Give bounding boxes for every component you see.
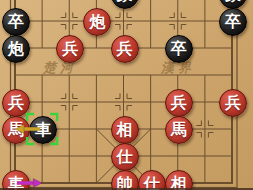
piece-black-pawn[interactable]: 卒: [2, 8, 30, 36]
xiangqi-board: 楚河 漢界 象象卒卒炮卒車炮兵兵兵兵兵馬相馬仕車帥仕相: [0, 0, 253, 190]
piece-red-advisor[interactable]: 仕: [111, 143, 139, 171]
piece-red-cannon[interactable]: 炮: [83, 8, 111, 36]
piece-red-elephant[interactable]: 相: [111, 116, 139, 144]
piece-red-horse[interactable]: 馬: [2, 116, 30, 144]
piece-red-general[interactable]: 帥: [111, 170, 139, 190]
piece-red-horse[interactable]: 馬: [165, 116, 193, 144]
piece-red-pawn[interactable]: 兵: [2, 89, 30, 117]
piece-black-cannon[interactable]: 炮: [2, 35, 30, 63]
piece-red-chariot[interactable]: 車: [2, 170, 30, 190]
piece-red-elephant[interactable]: 相: [165, 170, 193, 190]
piece-red-pawn[interactable]: 兵: [111, 35, 139, 63]
board-bottom-edge: [0, 188, 253, 190]
piece-red-pawn[interactable]: 兵: [56, 35, 84, 63]
piece-black-pawn[interactable]: 卒: [219, 8, 247, 36]
piece-black-pawn[interactable]: 卒: [165, 35, 193, 63]
pieces-layer: 象象卒卒炮卒車炮兵兵兵兵兵馬相馬仕車帥仕相: [0, 0, 253, 190]
piece-black-chariot[interactable]: 車: [29, 116, 57, 144]
piece-red-pawn[interactable]: 兵: [219, 89, 247, 117]
piece-red-pawn[interactable]: 兵: [165, 89, 193, 117]
piece-black-elephant[interactable]: 象: [111, 0, 139, 9]
piece-red-advisor[interactable]: 仕: [138, 170, 166, 190]
